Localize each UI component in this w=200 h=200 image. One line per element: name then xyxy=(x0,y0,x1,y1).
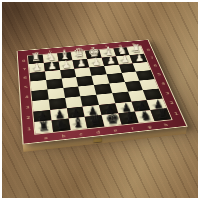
square-d5[interactable] xyxy=(76,76,93,87)
square-a5[interactable] xyxy=(30,80,47,91)
brass-clasp-icon xyxy=(93,138,102,143)
file-label-bottom-h: h xyxy=(164,123,169,127)
white-pawn[interactable]: ♟ xyxy=(32,62,42,73)
square-e1[interactable]: ♚ xyxy=(102,114,122,127)
white-pawn[interactable]: ♟ xyxy=(62,59,72,70)
rank-label-right-6: 6 xyxy=(154,64,158,67)
white-pawn[interactable]: ♟ xyxy=(91,56,101,67)
rank-label-right-2: 2 xyxy=(170,101,175,105)
square-d1[interactable]: ♛ xyxy=(85,115,104,128)
rank-label-left-2: 2 xyxy=(27,116,31,120)
white-pawn[interactable]: ♟ xyxy=(135,52,145,63)
file-label-bottom-a: a xyxy=(44,136,48,140)
rank-label-left-1: 1 xyxy=(27,127,31,131)
rank-label-right-8: 8 xyxy=(147,48,151,51)
rank-label-left-5: 5 xyxy=(24,86,27,89)
rank-label-right-5: 5 xyxy=(157,73,161,76)
white-pawn[interactable]: ♟ xyxy=(120,54,130,65)
file-label-bottom-c: c xyxy=(79,132,83,136)
rank-label-right-7: 7 xyxy=(150,56,154,59)
file-label-bottom-f: f xyxy=(131,127,134,131)
file-label-bottom-g: g xyxy=(147,125,152,129)
square-b5[interactable] xyxy=(46,79,63,90)
board-frame: ♜♞♝♛♚♝♞♜♟♟♟♟♟♟♟♟♟♟♟♟♟♟♟♟♜♞♝♛♚♝♞♜ abcdefg… xyxy=(17,39,188,144)
black-knight[interactable]: ♞ xyxy=(54,117,67,131)
black-king[interactable]: ♚ xyxy=(105,110,120,127)
rank-label-right-3: 3 xyxy=(165,92,169,95)
rank-label-left-7: 7 xyxy=(23,68,26,71)
black-knight[interactable]: ♞ xyxy=(140,108,153,122)
black-queen[interactable]: ♛ xyxy=(88,112,103,128)
square-g6[interactable] xyxy=(118,63,136,73)
file-label-bottom-b: b xyxy=(61,134,65,138)
square-a1[interactable]: ♜ xyxy=(34,121,53,134)
chess-board: ♜♞♝♛♚♝♞♜♟♟♟♟♟♟♟♟♟♟♟♟♟♟♟♟♜♞♝♛♚♝♞♜ abcdefg… xyxy=(17,39,188,144)
rank-label-left-3: 3 xyxy=(26,105,30,109)
rank-label-right-4: 4 xyxy=(161,82,165,85)
square-h1[interactable]: ♜ xyxy=(151,108,172,121)
square-b1[interactable]: ♞ xyxy=(51,119,70,132)
file-label-bottom-e: e xyxy=(113,129,117,133)
square-e4[interactable] xyxy=(94,84,112,95)
black-rook[interactable]: ♜ xyxy=(37,120,50,134)
square-f1[interactable]: ♝ xyxy=(118,112,138,125)
rank-label-left-8: 8 xyxy=(22,59,25,62)
black-bishop[interactable]: ♝ xyxy=(122,109,136,124)
black-bishop[interactable]: ♝ xyxy=(71,114,85,130)
rank-label-right-1: 1 xyxy=(174,112,179,116)
rank-label-left-4: 4 xyxy=(25,95,29,98)
square-b6[interactable] xyxy=(45,70,62,80)
white-pawn[interactable]: ♟ xyxy=(47,60,57,71)
black-rook[interactable]: ♜ xyxy=(156,107,168,120)
square-g4[interactable] xyxy=(124,81,143,92)
file-label-bottom-d: d xyxy=(96,130,100,134)
rank-label-left-6: 6 xyxy=(24,77,27,80)
chess-set-photo: ♜♞♝♛♚♝♞♜♟♟♟♟♟♟♟♟♟♟♟♟♟♟♟♟♜♞♝♛♚♝♞♜ abcdefg… xyxy=(0,0,200,200)
white-pawn[interactable]: ♟ xyxy=(106,55,116,66)
white-pawn[interactable]: ♟ xyxy=(77,58,87,69)
